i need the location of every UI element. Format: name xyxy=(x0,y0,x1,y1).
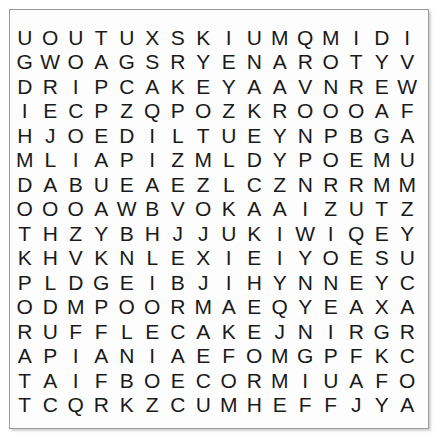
grid-cell[interactable]: N xyxy=(114,344,140,369)
grid-cell[interactable]: G xyxy=(369,123,395,148)
grid-cell[interactable]: D xyxy=(12,74,38,99)
grid-cell[interactable]: O xyxy=(38,197,64,222)
grid-cell[interactable]: A xyxy=(165,344,191,369)
grid-cell[interactable]: O xyxy=(63,123,89,148)
grid-cell[interactable]: C xyxy=(395,344,421,369)
grid-cell[interactable]: T xyxy=(191,123,217,148)
grid-cell[interactable]: I xyxy=(63,74,89,99)
grid-cell[interactable]: C xyxy=(395,270,421,295)
grid-cell[interactable]: A xyxy=(38,368,64,393)
grid-cell[interactable]: N xyxy=(293,172,319,197)
grid-cell[interactable]: A xyxy=(344,295,370,320)
grid-cell[interactable]: I xyxy=(216,25,242,50)
grid-cell[interactable]: E xyxy=(165,172,191,197)
grid-cell[interactable]: Z xyxy=(63,221,89,246)
grid-cell[interactable]: M xyxy=(191,295,217,320)
grid-cell[interactable]: G xyxy=(12,50,38,75)
grid-cell[interactable]: I xyxy=(293,197,319,222)
grid-cell[interactable]: O xyxy=(38,25,64,50)
grid-cell[interactable]: E xyxy=(89,123,115,148)
grid-cell[interactable]: D xyxy=(38,295,64,320)
grid-cell[interactable]: R xyxy=(165,295,191,320)
grid-cell[interactable]: M xyxy=(63,295,89,320)
grid-cell[interactable]: E xyxy=(114,270,140,295)
grid-cell[interactable]: S xyxy=(369,246,395,271)
grid-cell[interactable]: I xyxy=(267,221,293,246)
grid-cell[interactable]: A xyxy=(89,50,115,75)
grid-cell[interactable]: M xyxy=(395,172,421,197)
grid-cell[interactable]: O xyxy=(191,197,217,222)
word-search-board: UOUTUXSKIUMQMIDIGWOAGSRYENAROTYVDRIPCAKE… xyxy=(9,9,429,429)
grid-cell[interactable]: Y xyxy=(216,74,242,99)
grid-cell[interactable]: U xyxy=(395,148,421,173)
grid-cell[interactable]: R xyxy=(344,172,370,197)
grid-cell[interactable]: A xyxy=(395,295,421,320)
grid-cell[interactable]: L xyxy=(38,148,64,173)
grid-cell[interactable]: J xyxy=(191,221,217,246)
grid-cell[interactable]: I xyxy=(140,123,166,148)
grid-cell[interactable]: Y xyxy=(369,50,395,75)
grid-cell[interactable]: H xyxy=(242,270,268,295)
grid-cell[interactable]: U xyxy=(216,221,242,246)
grid-cell[interactable]: P xyxy=(89,74,115,99)
grid-cell[interactable]: F xyxy=(216,344,242,369)
grid-cell[interactable]: B xyxy=(165,270,191,295)
grid-cell[interactable]: M xyxy=(216,393,242,418)
grid-cell[interactable]: F xyxy=(318,393,344,418)
grid-cell[interactable]: I xyxy=(216,270,242,295)
grid-cell[interactable]: K xyxy=(216,197,242,222)
grid-cell[interactable]: R xyxy=(12,319,38,344)
grid-cell[interactable]: A xyxy=(38,172,64,197)
grid-cell[interactable]: Z xyxy=(216,99,242,124)
grid-cell[interactable]: M xyxy=(191,148,217,173)
grid-cell[interactable]: H xyxy=(38,246,64,271)
grid-cell[interactable]: I xyxy=(344,25,370,50)
grid-cell[interactable]: K xyxy=(114,393,140,418)
grid-cell[interactable]: Y xyxy=(293,295,319,320)
grid-cell[interactable]: Y xyxy=(267,270,293,295)
grid-cell[interactable]: E xyxy=(369,74,395,99)
grid-cell[interactable]: U xyxy=(38,319,64,344)
grid-cell[interactable]: L xyxy=(114,319,140,344)
grid-cell[interactable]: I xyxy=(63,148,89,173)
grid-cell[interactable]: A xyxy=(395,393,421,418)
grid-cell[interactable]: A xyxy=(242,74,268,99)
grid-cell[interactable]: O xyxy=(318,148,344,173)
grid-cell[interactable]: V xyxy=(63,246,89,271)
grid-cell[interactable]: A xyxy=(140,172,166,197)
grid-cell[interactable]: N xyxy=(318,74,344,99)
grid-cell[interactable]: X xyxy=(369,295,395,320)
grid-cell[interactable]: I xyxy=(293,368,319,393)
grid-cell[interactable]: N xyxy=(293,123,319,148)
grid-cell[interactable]: L xyxy=(140,246,166,271)
grid-cell[interactable]: J xyxy=(344,393,370,418)
grid-cell[interactable]: L xyxy=(38,270,64,295)
grid-cell[interactable]: E xyxy=(191,344,217,369)
grid-cell[interactable]: I xyxy=(140,344,166,369)
grid-cell[interactable]: Z xyxy=(140,393,166,418)
grid-cell[interactable]: W xyxy=(38,50,64,75)
grid-cell[interactable]: O xyxy=(140,295,166,320)
grid-cell[interactable]: E xyxy=(38,99,64,124)
grid-cell[interactable]: E xyxy=(369,221,395,246)
grid-cell[interactable]: J xyxy=(165,221,191,246)
grid-cell[interactable]: D xyxy=(114,123,140,148)
grid-cell[interactable]: D xyxy=(12,172,38,197)
grid-cell[interactable]: B xyxy=(63,172,89,197)
grid-cell[interactable]: O xyxy=(63,50,89,75)
grid-cell[interactable]: A xyxy=(395,123,421,148)
grid-cell[interactable]: P xyxy=(89,295,115,320)
grid-cell[interactable]: R xyxy=(318,172,344,197)
grid-cell[interactable]: I xyxy=(12,99,38,124)
grid-cell[interactable]: O xyxy=(216,368,242,393)
grid-cell[interactable]: I xyxy=(140,148,166,173)
grid-cell[interactable]: G xyxy=(114,50,140,75)
grid-cell[interactable]: O xyxy=(318,50,344,75)
grid-cell[interactable]: B xyxy=(114,368,140,393)
grid-cell[interactable]: A xyxy=(267,74,293,99)
grid-cell[interactable]: Y xyxy=(369,270,395,295)
grid-cell[interactable]: R xyxy=(38,74,64,99)
grid-cell[interactable]: Z xyxy=(267,172,293,197)
grid-cell[interactable]: C xyxy=(114,74,140,99)
grid-cell[interactable]: Q xyxy=(293,25,319,50)
grid-cell[interactable]: U xyxy=(63,25,89,50)
grid-cell[interactable]: A xyxy=(216,295,242,320)
grid-cell[interactable]: O xyxy=(191,99,217,124)
grid-cell[interactable]: F xyxy=(369,368,395,393)
grid-cell[interactable]: P xyxy=(165,99,191,124)
grid-cell[interactable]: O xyxy=(242,344,268,369)
grid-cell[interactable]: L xyxy=(216,172,242,197)
grid-cell[interactable]: R xyxy=(267,99,293,124)
grid-cell[interactable]: I xyxy=(318,319,344,344)
grid-cell[interactable]: U xyxy=(12,25,38,50)
grid-cell[interactable]: X xyxy=(191,246,217,271)
grid-cell[interactable]: E xyxy=(318,295,344,320)
grid-cell[interactable]: A xyxy=(369,99,395,124)
grid-cell[interactable]: G xyxy=(369,319,395,344)
grid-cell[interactable]: M xyxy=(318,25,344,50)
grid-cell[interactable]: Y xyxy=(191,50,217,75)
grid-cell[interactable]: P xyxy=(293,148,319,173)
grid-cell[interactable]: E xyxy=(242,123,268,148)
grid-cell[interactable]: C xyxy=(242,172,268,197)
grid-cell[interactable]: Q xyxy=(344,221,370,246)
grid-cell[interactable]: A xyxy=(344,368,370,393)
grid-cell[interactable]: K xyxy=(242,99,268,124)
grid-cell[interactable]: C xyxy=(165,319,191,344)
grid-cell[interactable]: I xyxy=(395,25,421,50)
grid-cell[interactable]: Y xyxy=(395,221,421,246)
grid-cell[interactable]: I xyxy=(63,344,89,369)
grid-cell[interactable]: K xyxy=(165,74,191,99)
grid-cell[interactable]: P xyxy=(89,99,115,124)
grid-cell[interactable]: T xyxy=(12,368,38,393)
grid-cell[interactable]: G xyxy=(89,270,115,295)
grid-cell[interactable]: Q xyxy=(267,295,293,320)
grid-cell[interactable]: P xyxy=(318,344,344,369)
grid-cell[interactable]: C xyxy=(165,393,191,418)
grid-cell[interactable]: V xyxy=(395,50,421,75)
grid-cell[interactable]: U xyxy=(395,246,421,271)
grid-cell[interactable]: Y xyxy=(89,221,115,246)
grid-cell[interactable]: Z xyxy=(191,172,217,197)
grid-cell[interactable]: B xyxy=(114,221,140,246)
grid-cell[interactable]: K xyxy=(369,344,395,369)
grid-cell[interactable]: Y xyxy=(293,246,319,271)
grid-cell[interactable]: P xyxy=(318,123,344,148)
grid-cell[interactable]: L xyxy=(165,123,191,148)
grid-cell[interactable]: H xyxy=(140,221,166,246)
grid-cell[interactable]: S xyxy=(165,25,191,50)
grid-cell[interactable]: A xyxy=(89,344,115,369)
grid-cell[interactable]: I xyxy=(63,368,89,393)
grid-cell[interactable]: E xyxy=(344,148,370,173)
grid-cell[interactable]: E xyxy=(242,319,268,344)
grid-cell[interactable]: E xyxy=(216,50,242,75)
grid-cell[interactable]: E xyxy=(242,295,268,320)
grid-cell[interactable]: J xyxy=(191,270,217,295)
grid-cell[interactable]: Z xyxy=(114,99,140,124)
grid-cell[interactable]: C xyxy=(63,99,89,124)
grid-cell[interactable]: N xyxy=(293,319,319,344)
grid-cell[interactable]: Z xyxy=(395,197,421,222)
grid-cell[interactable]: B xyxy=(140,197,166,222)
grid-cell[interactable]: M xyxy=(267,25,293,50)
grid-cell[interactable]: F xyxy=(293,393,319,418)
grid-cell[interactable]: I xyxy=(216,246,242,271)
grid-cell[interactable]: O xyxy=(12,197,38,222)
grid-cell[interactable]: K xyxy=(12,246,38,271)
grid-cell[interactable]: E xyxy=(191,74,217,99)
grid-cell[interactable]: X xyxy=(140,25,166,50)
grid-cell[interactable]: E xyxy=(165,368,191,393)
grid-cell[interactable]: R xyxy=(344,74,370,99)
grid-cell[interactable]: U xyxy=(242,25,268,50)
grid-cell[interactable]: S xyxy=(140,50,166,75)
grid-cell[interactable]: R xyxy=(89,393,115,418)
grid-cell[interactable]: A xyxy=(191,319,217,344)
grid-cell[interactable]: K xyxy=(191,25,217,50)
grid-cell[interactable]: Q xyxy=(63,393,89,418)
grid-cell[interactable]: T xyxy=(89,25,115,50)
grid-cell[interactable]: H xyxy=(242,393,268,418)
grid-cell[interactable]: K xyxy=(216,319,242,344)
grid-cell[interactable]: F xyxy=(63,319,89,344)
grid-cell[interactable]: E xyxy=(165,246,191,271)
grid-cell[interactable]: R xyxy=(165,50,191,75)
grid-cell[interactable]: E xyxy=(344,270,370,295)
grid-cell[interactable]: E xyxy=(140,319,166,344)
grid-cell[interactable]: K xyxy=(89,246,115,271)
grid-cell[interactable]: T xyxy=(12,393,38,418)
grid-cell[interactable]: V xyxy=(293,74,319,99)
grid-cell[interactable]: A xyxy=(89,197,115,222)
grid-cell[interactable]: Q xyxy=(140,99,166,124)
grid-cell[interactable]: M xyxy=(267,368,293,393)
grid-cell[interactable]: L xyxy=(216,148,242,173)
grid-cell[interactable]: O xyxy=(293,99,319,124)
grid-cell[interactable]: H xyxy=(12,123,38,148)
grid-cell[interactable]: T xyxy=(12,221,38,246)
grid-cell[interactable]: A xyxy=(12,344,38,369)
grid-cell[interactable]: R xyxy=(395,319,421,344)
grid-cell[interactable]: E xyxy=(242,246,268,271)
grid-cell[interactable]: M xyxy=(369,148,395,173)
grid-cell[interactable]: R xyxy=(293,50,319,75)
grid-cell[interactable]: J xyxy=(267,319,293,344)
grid-cell[interactable]: A xyxy=(140,74,166,99)
grid-cell[interactable]: W xyxy=(395,74,421,99)
grid-cell[interactable]: C xyxy=(38,393,64,418)
grid-cell[interactable]: E xyxy=(114,172,140,197)
grid-cell[interactable]: Z xyxy=(318,197,344,222)
grid-cell[interactable]: N xyxy=(242,50,268,75)
grid-cell[interactable]: Z xyxy=(165,148,191,173)
grid-cell[interactable]: R xyxy=(344,319,370,344)
grid-cell[interactable]: D xyxy=(242,148,268,173)
grid-cell[interactable]: A xyxy=(267,197,293,222)
grid-cell[interactable]: G xyxy=(293,344,319,369)
grid-cell[interactable]: M xyxy=(267,344,293,369)
grid-cell[interactable]: N xyxy=(293,270,319,295)
grid-cell[interactable]: Y xyxy=(267,123,293,148)
grid-cell[interactable]: N xyxy=(318,270,344,295)
grid-cell[interactable]: E xyxy=(267,393,293,418)
grid-cell[interactable]: N xyxy=(114,246,140,271)
grid-cell[interactable]: O xyxy=(318,99,344,124)
grid-cell[interactable]: R xyxy=(242,368,268,393)
grid-cell[interactable]: K xyxy=(242,221,268,246)
grid-cell[interactable]: F xyxy=(344,344,370,369)
grid-cell[interactable]: F xyxy=(89,319,115,344)
grid-cell[interactable]: T xyxy=(344,50,370,75)
grid-cell[interactable]: P xyxy=(12,270,38,295)
grid-cell[interactable]: F xyxy=(89,368,115,393)
grid-cell[interactable]: O xyxy=(395,368,421,393)
grid-cell[interactable]: A xyxy=(267,50,293,75)
grid-cell[interactable]: J xyxy=(38,123,64,148)
grid-cell[interactable]: I xyxy=(318,221,344,246)
grid-cell[interactable]: P xyxy=(38,344,64,369)
grid-cell[interactable]: H xyxy=(38,221,64,246)
grid-cell[interactable]: O xyxy=(318,246,344,271)
grid-cell[interactable]: U xyxy=(318,368,344,393)
grid-cell[interactable]: Y xyxy=(369,393,395,418)
grid-cell[interactable]: U xyxy=(216,123,242,148)
grid-cell[interactable]: B xyxy=(344,123,370,148)
grid-cell[interactable]: O xyxy=(140,368,166,393)
grid-cell[interactable]: W xyxy=(114,197,140,222)
grid-cell[interactable]: U xyxy=(89,172,115,197)
grid-cell[interactable]: T xyxy=(369,197,395,222)
grid-cell[interactable]: O xyxy=(63,197,89,222)
grid-cell[interactable]: U xyxy=(344,197,370,222)
grid-cell[interactable]: V xyxy=(165,197,191,222)
grid-cell[interactable]: E xyxy=(344,246,370,271)
grid-cell[interactable]: A xyxy=(89,148,115,173)
grid-cell[interactable]: O xyxy=(344,99,370,124)
grid-cell[interactable]: U xyxy=(191,393,217,418)
grid-cell[interactable]: W xyxy=(293,221,319,246)
grid-cell[interactable]: M xyxy=(369,172,395,197)
grid-cell[interactable]: I xyxy=(140,270,166,295)
grid-cell[interactable]: D xyxy=(63,270,89,295)
grid-cell[interactable]: O xyxy=(114,295,140,320)
grid-cell[interactable]: M xyxy=(12,148,38,173)
grid-cell[interactable]: C xyxy=(191,368,217,393)
grid-cell[interactable]: Y xyxy=(267,148,293,173)
grid-cell[interactable]: A xyxy=(242,197,268,222)
grid-cell[interactable]: I xyxy=(267,246,293,271)
grid-cell[interactable]: D xyxy=(369,25,395,50)
grid-cell[interactable]: P xyxy=(114,148,140,173)
grid-cell[interactable]: F xyxy=(395,99,421,124)
grid-cell[interactable]: U xyxy=(114,25,140,50)
grid-cell[interactable]: O xyxy=(12,295,38,320)
